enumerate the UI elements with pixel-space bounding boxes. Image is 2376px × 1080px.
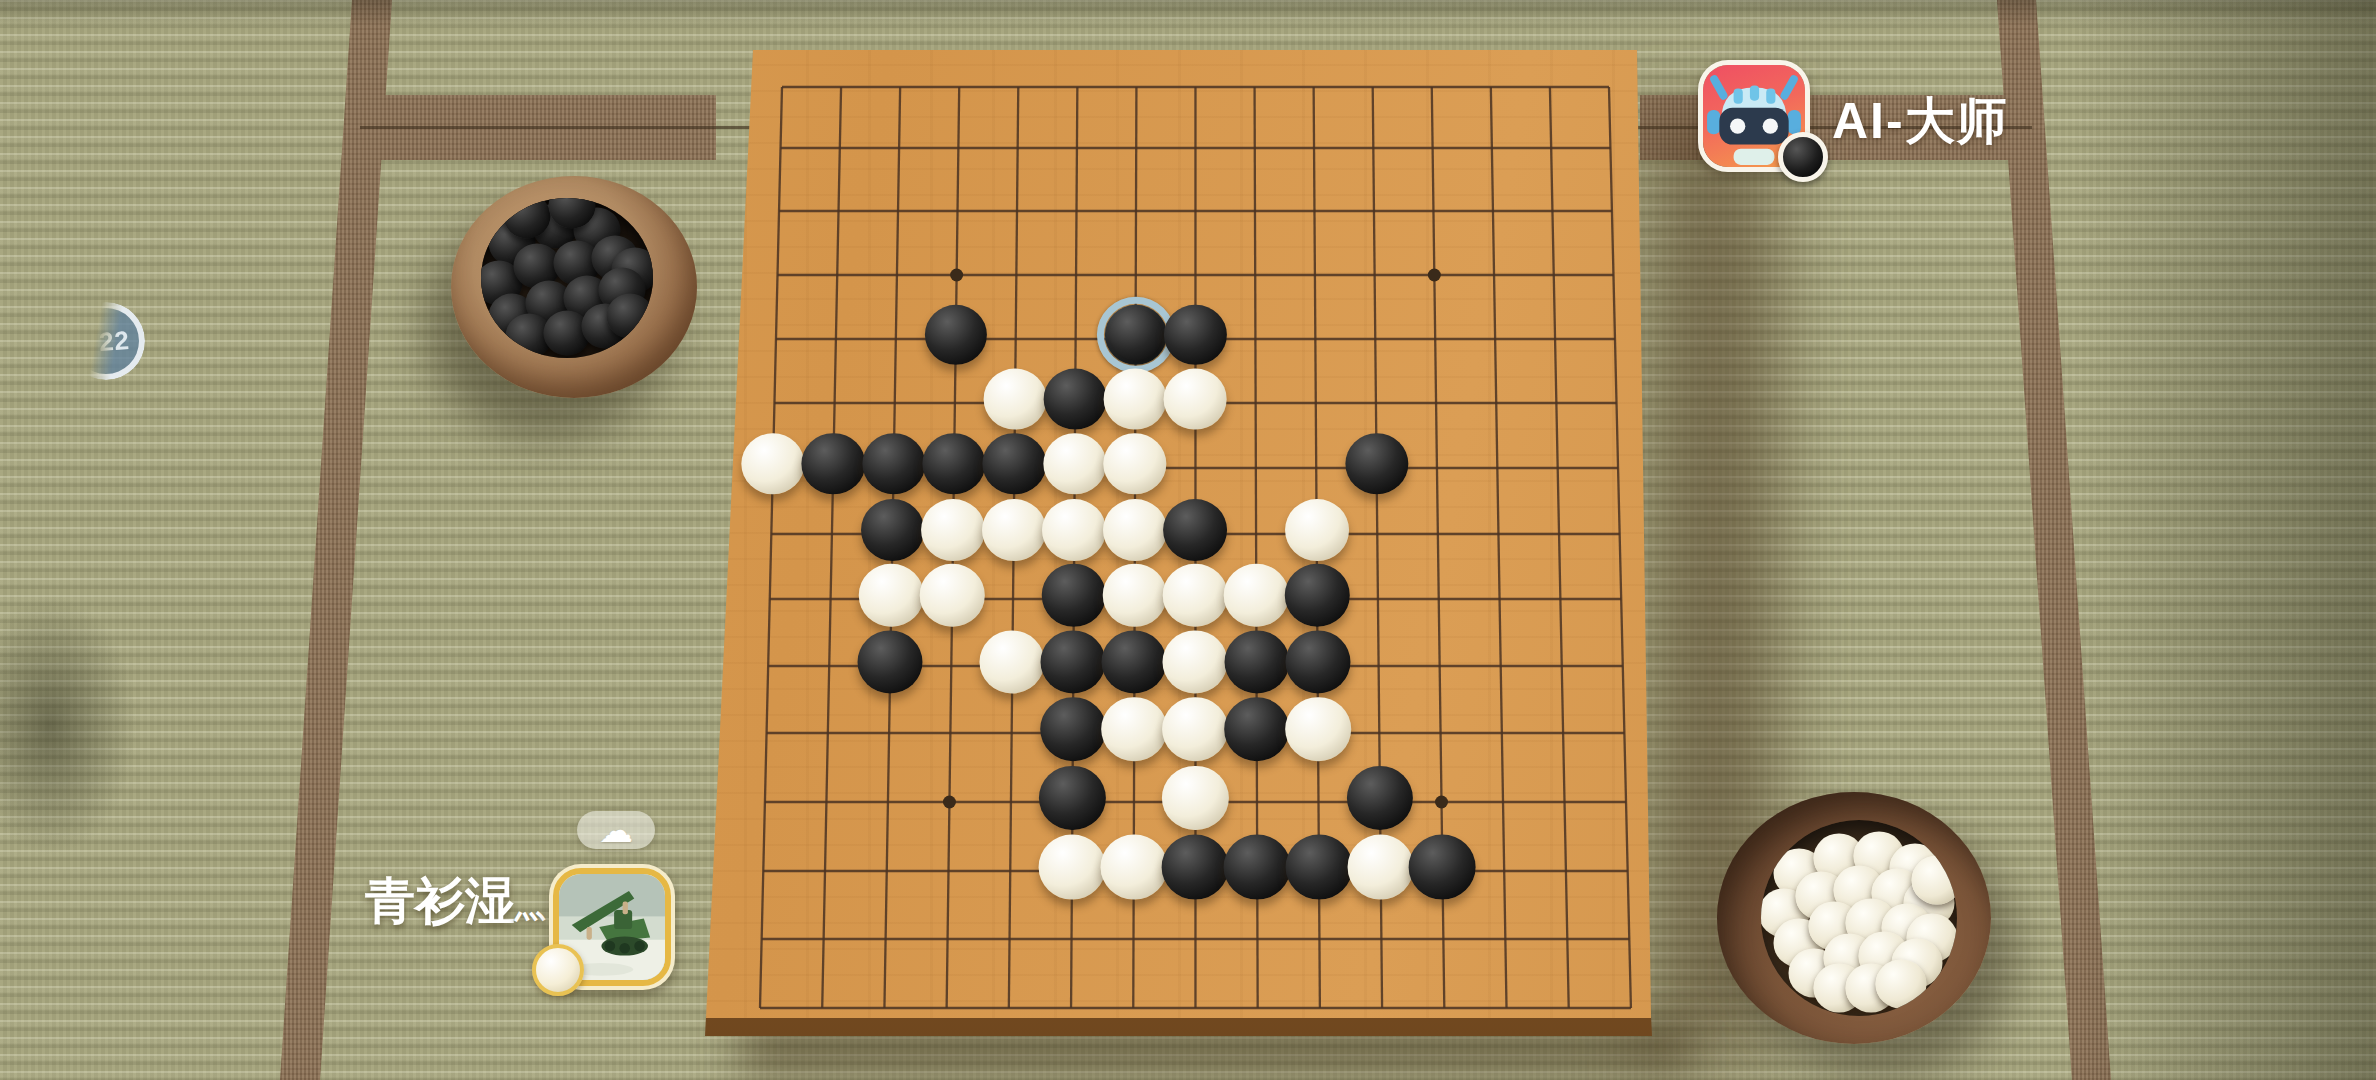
- stone-white: [859, 564, 923, 627]
- ambient-shadow-left: [0, 545, 170, 905]
- stone-black: [858, 630, 923, 693]
- stone-white: [1163, 564, 1227, 627]
- black-stone-bowl: [451, 176, 697, 398]
- stone-white: [1163, 630, 1228, 693]
- stone-white: [1103, 499, 1167, 561]
- bowl-stone-white: [1912, 856, 1958, 905]
- stone-black: [1224, 697, 1290, 761]
- bowl-stone-white: [1876, 960, 1927, 1009]
- stone-black: [861, 499, 925, 561]
- stone-black: [1286, 835, 1353, 900]
- stone-white: [1347, 835, 1414, 900]
- stone-white: [1224, 564, 1288, 627]
- cloud-button[interactable]: ☁: [577, 811, 655, 849]
- edge-move-badge-number: 22: [97, 324, 130, 357]
- player-panel-ai: AI-大师: [1698, 60, 2009, 172]
- stone-black: [925, 305, 987, 365]
- stone-black: [1102, 630, 1167, 693]
- stone-white: [982, 499, 1046, 561]
- stone-black: [1224, 630, 1289, 693]
- stone-black: [1162, 835, 1229, 900]
- top-vignette: [0, 0, 2376, 26]
- ai-black-stone-indicator: [1778, 132, 1828, 182]
- stone-black-last-move: [1104, 305, 1166, 365]
- stone-white: [1104, 369, 1167, 430]
- stone-black: [1044, 369, 1107, 430]
- white-bowl-stones: [1761, 820, 1957, 1016]
- stone-white: [921, 499, 985, 561]
- player-white-stone-indicator: [532, 944, 584, 996]
- stone-black: [1409, 835, 1476, 900]
- stone-black: [1347, 766, 1413, 830]
- stone-white: [1042, 499, 1106, 561]
- black-bowl-stones: [481, 198, 653, 358]
- edge-move-badge[interactable]: 22: [67, 302, 145, 380]
- stone-white: [1100, 835, 1167, 900]
- stone-black: [1039, 766, 1105, 830]
- stone-white: [1039, 835, 1106, 900]
- stone-white: [1163, 697, 1229, 761]
- stone-black: [1042, 564, 1106, 627]
- bowl-stone-black: [607, 294, 654, 339]
- cloud-icon: ☁: [599, 813, 633, 847]
- stone-white: [984, 369, 1047, 430]
- stone-white: [1285, 499, 1349, 561]
- stone-black: [1041, 630, 1106, 693]
- stone-white: [1164, 369, 1227, 430]
- white-stone-bowl: [1717, 792, 1991, 1044]
- stone-white: [1162, 766, 1228, 830]
- stone-black: [1285, 630, 1350, 693]
- ai-player-name: AI-大师: [1832, 88, 2009, 155]
- stone-black: [1164, 305, 1226, 365]
- go-game-screen: { "game": "go", "board_size": 15, "posit…: [0, 0, 2376, 1080]
- stone-white: [1285, 697, 1351, 761]
- stone-white: [1102, 564, 1166, 627]
- right-vignette: [2076, 0, 2376, 1080]
- stone-white: [980, 630, 1045, 693]
- stone-black: [1164, 499, 1228, 561]
- stone-white: [920, 564, 984, 627]
- stone-white: [1101, 697, 1167, 761]
- stone-black: [1040, 697, 1106, 761]
- stone-black: [1285, 564, 1349, 627]
- player-name: 青衫湿灬: [330, 868, 545, 935]
- stone-black: [1224, 835, 1291, 900]
